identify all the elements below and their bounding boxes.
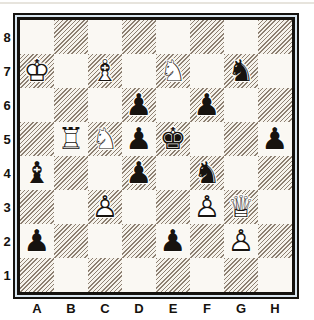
rank-label-5: 5 <box>1 122 13 156</box>
square-a4: ♝♝ <box>20 156 54 190</box>
piece-glyph: ♟ <box>190 88 224 122</box>
square-f1 <box>190 258 224 292</box>
file-label-e: E <box>156 301 190 317</box>
piece-glyph: ♖ <box>54 122 88 156</box>
white-rook-b5: ♜♖ <box>54 122 88 156</box>
black-knight-f4: ♞♞ <box>190 156 224 190</box>
square-g2: ♟♙ <box>224 224 258 258</box>
piece-fill-layer: ♟ <box>258 122 292 156</box>
piece-glyph: ♟ <box>122 88 156 122</box>
piece-fill-layer: ♟ <box>122 88 156 122</box>
file-label-h: H <box>258 301 292 317</box>
square-c7: ♝♗ <box>88 54 122 88</box>
black-pawn-a2: ♟♟ <box>20 224 54 258</box>
black-king-e5: ♚♚ <box>156 122 190 156</box>
piece-glyph: ♙ <box>224 224 258 258</box>
square-b8 <box>54 20 88 54</box>
square-b5: ♜♖ <box>54 122 88 156</box>
square-c3: ♟♙ <box>88 190 122 224</box>
black-pawn-d6: ♟♟ <box>122 88 156 122</box>
square-b6 <box>54 88 88 122</box>
square-d4: ♟♟ <box>122 156 156 190</box>
piece-glyph: ♙ <box>88 190 122 224</box>
piece-fill-layer: ♞ <box>190 156 224 190</box>
square-b1 <box>54 258 88 292</box>
file-label-a: A <box>20 301 54 317</box>
square-c8 <box>88 20 122 54</box>
board-frame: ♚♔♝♗♞♘♞♞♟♟♟♟♜♖♞♘♟♟♚♚♟♟♝♝♟♟♞♞♟♙♟♙♛♕♟♟♟♟♟♙ <box>13 13 299 299</box>
square-a1 <box>20 258 54 292</box>
square-b7 <box>54 54 88 88</box>
piece-fill-layer: ♞ <box>156 54 190 88</box>
square-h4 <box>258 156 292 190</box>
white-king-a7: ♚♔ <box>20 54 54 88</box>
square-h8 <box>258 20 292 54</box>
white-pawn-g2: ♟♙ <box>224 224 258 258</box>
square-e3 <box>156 190 190 224</box>
piece-fill-layer: ♝ <box>20 156 54 190</box>
square-a2: ♟♟ <box>20 224 54 258</box>
square-h1 <box>258 258 292 292</box>
piece-glyph: ♘ <box>88 122 122 156</box>
piece-fill-layer: ♟ <box>190 190 224 224</box>
file-labels: ABCDEFGH <box>20 301 292 317</box>
rank-label-7: 7 <box>1 54 13 88</box>
piece-fill-layer: ♝ <box>88 54 122 88</box>
square-d5: ♟♟ <box>122 122 156 156</box>
square-e5: ♚♚ <box>156 122 190 156</box>
square-d2 <box>122 224 156 258</box>
square-a3 <box>20 190 54 224</box>
square-h6 <box>258 88 292 122</box>
piece-fill-layer: ♟ <box>122 122 156 156</box>
black-knight-g7: ♞♞ <box>224 54 258 88</box>
white-pawn-f3: ♟♙ <box>190 190 224 224</box>
square-h7 <box>258 54 292 88</box>
file-label-b: B <box>54 301 88 317</box>
piece-glyph: ♗ <box>88 54 122 88</box>
white-bishop-c7: ♝♗ <box>88 54 122 88</box>
piece-fill-layer: ♚ <box>20 54 54 88</box>
board-grid: ♚♔♝♗♞♘♞♞♟♟♟♟♜♖♞♘♟♟♚♚♟♟♝♝♟♟♞♞♟♙♟♙♛♕♟♟♟♟♟♙ <box>20 20 292 292</box>
rank-label-4: 4 <box>1 156 13 190</box>
square-c4 <box>88 156 122 190</box>
piece-fill-layer: ♞ <box>224 54 258 88</box>
square-e4 <box>156 156 190 190</box>
square-e6 <box>156 88 190 122</box>
square-g7: ♞♞ <box>224 54 258 88</box>
black-pawn-f6: ♟♟ <box>190 88 224 122</box>
piece-fill-layer: ♜ <box>54 122 88 156</box>
square-d6: ♟♟ <box>122 88 156 122</box>
square-a7: ♚♔ <box>20 54 54 88</box>
white-queen-g3: ♛♕ <box>224 190 258 224</box>
piece-glyph: ♝ <box>20 156 54 190</box>
piece-glyph: ♞ <box>190 156 224 190</box>
rank-label-8: 8 <box>1 20 13 54</box>
square-g4 <box>224 156 258 190</box>
piece-fill-layer: ♟ <box>20 224 54 258</box>
square-h3 <box>258 190 292 224</box>
square-f2 <box>190 224 224 258</box>
piece-fill-layer: ♟ <box>156 224 190 258</box>
piece-glyph: ♟ <box>122 156 156 190</box>
square-d8 <box>122 20 156 54</box>
piece-glyph: ♟ <box>20 224 54 258</box>
piece-glyph: ♕ <box>224 190 258 224</box>
square-g3: ♛♕ <box>224 190 258 224</box>
square-e8 <box>156 20 190 54</box>
black-pawn-e2: ♟♟ <box>156 224 190 258</box>
square-d1 <box>122 258 156 292</box>
square-b2 <box>54 224 88 258</box>
piece-glyph: ♚ <box>156 122 190 156</box>
square-a6 <box>20 88 54 122</box>
piece-fill-layer: ♟ <box>190 88 224 122</box>
rank-label-3: 3 <box>1 190 13 224</box>
piece-glyph: ♔ <box>20 54 54 88</box>
black-pawn-h5: ♟♟ <box>258 122 292 156</box>
piece-glyph: ♞ <box>224 54 258 88</box>
square-f6: ♟♟ <box>190 88 224 122</box>
white-knight-e7: ♞♘ <box>156 54 190 88</box>
square-b4 <box>54 156 88 190</box>
piece-fill-layer: ♟ <box>88 190 122 224</box>
square-a5 <box>20 122 54 156</box>
chess-diagram-page: 87654321 ♚♔♝♗♞♘♞♞♟♟♟♟♜♖♞♘♟♟♚♚♟♟♝♝♟♟♞♞♟♙♟… <box>0 0 314 320</box>
square-g6 <box>224 88 258 122</box>
file-label-f: F <box>190 301 224 317</box>
rank-label-1: 1 <box>1 258 13 292</box>
square-c2 <box>88 224 122 258</box>
square-d7 <box>122 54 156 88</box>
square-e2: ♟♟ <box>156 224 190 258</box>
piece-glyph: ♟ <box>122 122 156 156</box>
piece-fill-layer: ♟ <box>224 224 258 258</box>
square-c1 <box>88 258 122 292</box>
square-e1 <box>156 258 190 292</box>
board-inner-border: ♚♔♝♗♞♘♞♞♟♟♟♟♜♖♞♘♟♟♚♚♟♟♝♝♟♟♞♞♟♙♟♙♛♕♟♟♟♟♟♙ <box>17 17 295 295</box>
piece-glyph: ♙ <box>190 190 224 224</box>
white-pawn-c3: ♟♙ <box>88 190 122 224</box>
black-bishop-a4: ♝♝ <box>20 156 54 190</box>
square-g1 <box>224 258 258 292</box>
piece-fill-layer: ♞ <box>88 122 122 156</box>
piece-glyph: ♟ <box>258 122 292 156</box>
black-pawn-d5: ♟♟ <box>122 122 156 156</box>
square-a8 <box>20 20 54 54</box>
piece-glyph: ♘ <box>156 54 190 88</box>
square-g8 <box>224 20 258 54</box>
piece-fill-layer: ♟ <box>122 156 156 190</box>
square-f8 <box>190 20 224 54</box>
square-f3: ♟♙ <box>190 190 224 224</box>
square-f7 <box>190 54 224 88</box>
piece-fill-layer: ♚ <box>156 122 190 156</box>
square-h5: ♟♟ <box>258 122 292 156</box>
file-label-g: G <box>224 301 258 317</box>
file-label-d: D <box>122 301 156 317</box>
square-c5: ♞♘ <box>88 122 122 156</box>
square-g5 <box>224 122 258 156</box>
square-c6 <box>88 88 122 122</box>
square-f4: ♞♞ <box>190 156 224 190</box>
square-e7: ♞♘ <box>156 54 190 88</box>
square-h2 <box>258 224 292 258</box>
square-d3 <box>122 190 156 224</box>
decorative-top-line <box>0 2 314 4</box>
white-knight-c5: ♞♘ <box>88 122 122 156</box>
piece-fill-layer: ♛ <box>224 190 258 224</box>
black-pawn-d4: ♟♟ <box>122 156 156 190</box>
rank-labels: 87654321 <box>1 20 13 292</box>
rank-label-2: 2 <box>1 224 13 258</box>
square-b3 <box>54 190 88 224</box>
file-label-c: C <box>88 301 122 317</box>
piece-glyph: ♟ <box>156 224 190 258</box>
rank-label-6: 6 <box>1 88 13 122</box>
square-f5 <box>190 122 224 156</box>
